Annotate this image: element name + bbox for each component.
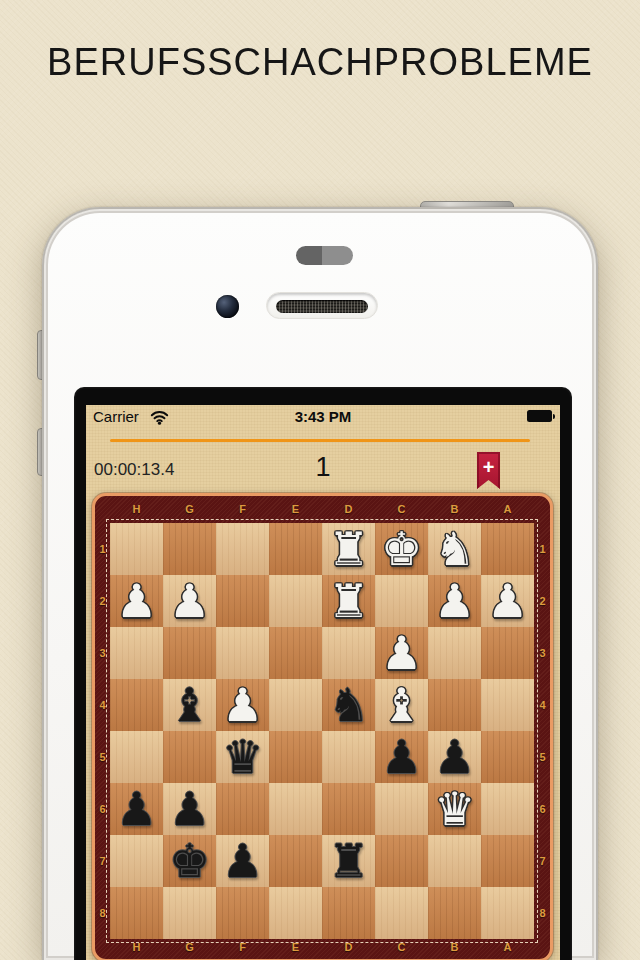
piece-wB: ♝ bbox=[375, 679, 428, 731]
plus-icon: + bbox=[477, 454, 500, 480]
square-d7[interactable]: ♜ bbox=[322, 835, 375, 887]
square-c4[interactable]: ♝ bbox=[375, 679, 428, 731]
speaker-mesh bbox=[276, 300, 368, 313]
file-label-bottom-d: D bbox=[322, 939, 375, 955]
proximity-sensor bbox=[296, 246, 353, 265]
square-h6[interactable]: ♟ bbox=[110, 783, 163, 835]
earpiece-speaker bbox=[266, 292, 378, 319]
rank-label-left-1: 1 bbox=[95, 523, 110, 575]
square-b8[interactable] bbox=[428, 887, 481, 939]
square-h2[interactable]: ♟ bbox=[110, 575, 163, 627]
piece-wP: ♟ bbox=[216, 679, 269, 731]
square-f7[interactable]: ♟ bbox=[216, 835, 269, 887]
square-a3[interactable] bbox=[481, 627, 534, 679]
file-label-top-a: A bbox=[481, 501, 534, 517]
rank-label-right-7: 7 bbox=[535, 835, 550, 887]
app-screen: Carrier 3:43 PM 00:00:13.4 1 + bbox=[86, 405, 560, 960]
square-h1[interactable] bbox=[110, 523, 163, 575]
square-a2[interactable]: ♟ bbox=[481, 575, 534, 627]
mute-switch bbox=[37, 330, 47, 380]
rank-label-right-1: 1 bbox=[535, 523, 550, 575]
square-f8[interactable] bbox=[216, 887, 269, 939]
square-a4[interactable] bbox=[481, 679, 534, 731]
status-bar: Carrier 3:43 PM bbox=[86, 405, 560, 427]
square-h8[interactable] bbox=[110, 887, 163, 939]
board-squares: ♜♚♞♟♟♜♟♟♟♝♟♞♝♛♟♟♟♟♛♚♟♜ bbox=[110, 523, 534, 939]
file-label-top-h: H bbox=[110, 501, 163, 517]
piece-wN: ♞ bbox=[428, 523, 481, 575]
file-label-bottom-b: B bbox=[428, 939, 481, 955]
rank-label-right-6: 6 bbox=[535, 783, 550, 835]
square-c1[interactable]: ♚ bbox=[375, 523, 428, 575]
chess-board: ♜♚♞♟♟♜♟♟♟♝♟♞♝♛♟♟♟♟♛♚♟♜ HHGGFFEEDDCCBBAA1… bbox=[92, 493, 553, 960]
square-h3[interactable] bbox=[110, 627, 163, 679]
piece-bP: ♟ bbox=[375, 731, 428, 783]
file-label-top-c: C bbox=[375, 501, 428, 517]
square-b5[interactable]: ♟ bbox=[428, 731, 481, 783]
file-label-bottom-a: A bbox=[481, 939, 534, 955]
file-label-top-f: F bbox=[216, 501, 269, 517]
square-g1[interactable] bbox=[163, 523, 216, 575]
square-f5[interactable]: ♛ bbox=[216, 731, 269, 783]
square-b1[interactable]: ♞ bbox=[428, 523, 481, 575]
piece-wP: ♟ bbox=[375, 627, 428, 679]
square-c5[interactable]: ♟ bbox=[375, 731, 428, 783]
square-d3[interactable] bbox=[322, 627, 375, 679]
square-f4[interactable]: ♟ bbox=[216, 679, 269, 731]
piece-wP: ♟ bbox=[163, 575, 216, 627]
square-e4[interactable] bbox=[269, 679, 322, 731]
clock-label: 3:43 PM bbox=[86, 408, 560, 425]
square-e6[interactable] bbox=[269, 783, 322, 835]
square-d1[interactable]: ♜ bbox=[322, 523, 375, 575]
rank-label-left-3: 3 bbox=[95, 627, 110, 679]
square-g8[interactable] bbox=[163, 887, 216, 939]
square-c8[interactable] bbox=[375, 887, 428, 939]
square-g7[interactable]: ♚ bbox=[163, 835, 216, 887]
square-c3[interactable]: ♟ bbox=[375, 627, 428, 679]
square-e5[interactable] bbox=[269, 731, 322, 783]
file-label-bottom-f: F bbox=[216, 939, 269, 955]
rank-label-right-4: 4 bbox=[535, 679, 550, 731]
piece-bB: ♝ bbox=[163, 679, 216, 731]
file-label-bottom-g: G bbox=[163, 939, 216, 955]
square-g4[interactable]: ♝ bbox=[163, 679, 216, 731]
bookmark-add-button[interactable]: + bbox=[477, 452, 500, 489]
page-background: BERUFSSCHACHPROBLEME Carrier 3:43 PM bbox=[0, 0, 640, 960]
square-f6[interactable] bbox=[216, 783, 269, 835]
piece-bP: ♟ bbox=[163, 783, 216, 835]
square-h5[interactable] bbox=[110, 731, 163, 783]
iphone-mockup: Carrier 3:43 PM 00:00:13.4 1 + bbox=[42, 207, 598, 960]
piece-wP: ♟ bbox=[481, 575, 534, 627]
file-label-bottom-h: H bbox=[110, 939, 163, 955]
rank-label-right-3: 3 bbox=[535, 627, 550, 679]
piece-wR: ♜ bbox=[322, 523, 375, 575]
file-label-top-d: D bbox=[322, 501, 375, 517]
battery-icon bbox=[527, 410, 552, 422]
square-b6[interactable]: ♛ bbox=[428, 783, 481, 835]
square-a1[interactable] bbox=[481, 523, 534, 575]
front-camera-icon bbox=[216, 295, 239, 318]
file-label-bottom-c: C bbox=[375, 939, 428, 955]
square-c7[interactable] bbox=[375, 835, 428, 887]
square-g6[interactable]: ♟ bbox=[163, 783, 216, 835]
volume-button bbox=[37, 428, 47, 476]
square-b7[interactable] bbox=[428, 835, 481, 887]
rank-label-left-8: 8 bbox=[95, 887, 110, 939]
square-f3[interactable] bbox=[216, 627, 269, 679]
rank-label-left-6: 6 bbox=[95, 783, 110, 835]
square-a7[interactable] bbox=[481, 835, 534, 887]
power-button bbox=[420, 201, 514, 215]
square-h7[interactable] bbox=[110, 835, 163, 887]
file-label-top-g: G bbox=[163, 501, 216, 517]
square-e8[interactable] bbox=[269, 887, 322, 939]
file-label-bottom-e: E bbox=[269, 939, 322, 955]
square-g3[interactable] bbox=[163, 627, 216, 679]
square-d8[interactable] bbox=[322, 887, 375, 939]
piece-bN: ♞ bbox=[322, 679, 375, 731]
square-b4[interactable] bbox=[428, 679, 481, 731]
square-a5[interactable] bbox=[481, 731, 534, 783]
piece-bR: ♜ bbox=[322, 835, 375, 887]
header-divider bbox=[110, 439, 530, 442]
square-e7[interactable] bbox=[269, 835, 322, 887]
square-d2[interactable]: ♜ bbox=[322, 575, 375, 627]
square-a8[interactable] bbox=[481, 887, 534, 939]
square-c6[interactable] bbox=[375, 783, 428, 835]
piece-bP: ♟ bbox=[428, 731, 481, 783]
square-c2[interactable] bbox=[375, 575, 428, 627]
rank-label-right-5: 5 bbox=[535, 731, 550, 783]
piece-wP: ♟ bbox=[428, 575, 481, 627]
square-f1[interactable] bbox=[216, 523, 269, 575]
square-e3[interactable] bbox=[269, 627, 322, 679]
rank-label-left-5: 5 bbox=[95, 731, 110, 783]
rank-label-left-7: 7 bbox=[95, 835, 110, 887]
piece-wK: ♚ bbox=[375, 523, 428, 575]
rank-label-left-4: 4 bbox=[95, 679, 110, 731]
square-h4[interactable] bbox=[110, 679, 163, 731]
square-a6[interactable] bbox=[481, 783, 534, 835]
file-label-top-e: E bbox=[269, 501, 322, 517]
phone-screen: Carrier 3:43 PM 00:00:13.4 1 + bbox=[74, 387, 572, 960]
piece-bP: ♟ bbox=[110, 783, 163, 835]
piece-bK: ♚ bbox=[163, 835, 216, 887]
piece-wQ: ♛ bbox=[428, 783, 481, 835]
piece-bP: ♟ bbox=[216, 835, 269, 887]
square-d6[interactable] bbox=[322, 783, 375, 835]
file-label-top-b: B bbox=[428, 501, 481, 517]
page-title: BERUFSSCHACHPROBLEME bbox=[0, 39, 640, 84]
square-e1[interactable] bbox=[269, 523, 322, 575]
square-e2[interactable] bbox=[269, 575, 322, 627]
square-f2[interactable] bbox=[216, 575, 269, 627]
square-d4[interactable]: ♞ bbox=[322, 679, 375, 731]
square-b3[interactable] bbox=[428, 627, 481, 679]
piece-wP: ♟ bbox=[110, 575, 163, 627]
rank-label-right-8: 8 bbox=[535, 887, 550, 939]
piece-wR: ♜ bbox=[322, 575, 375, 627]
rank-label-right-2: 2 bbox=[535, 575, 550, 627]
square-d5[interactable] bbox=[322, 731, 375, 783]
square-g2[interactable]: ♟ bbox=[163, 575, 216, 627]
rank-label-left-2: 2 bbox=[95, 575, 110, 627]
square-b2[interactable]: ♟ bbox=[428, 575, 481, 627]
square-g5[interactable] bbox=[163, 731, 216, 783]
piece-bQ: ♛ bbox=[216, 731, 269, 783]
